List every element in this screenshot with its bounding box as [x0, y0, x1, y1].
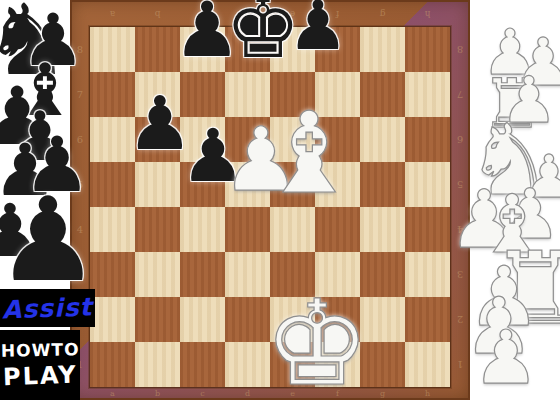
square-b5[interactable]	[135, 162, 180, 207]
square-b1[interactable]	[135, 342, 180, 387]
square-a1[interactable]	[90, 342, 135, 387]
file-label-bottom-b: b	[135, 387, 180, 400]
square-h7[interactable]	[405, 72, 450, 117]
file-label-bottom-h: h	[405, 387, 450, 400]
tray-piece-white-pawn[interactable]: ♟	[469, 320, 543, 394]
square-h2[interactable]	[405, 297, 450, 342]
square-c4[interactable]	[180, 207, 225, 252]
chess-game-stage: 8877665544332211aabbccddeeffgghh ♞♟♝♟♟♟♟…	[0, 0, 560, 400]
square-h8[interactable]	[405, 27, 450, 72]
square-g4[interactable]	[360, 207, 405, 252]
assist-button-label: Assist	[2, 292, 93, 324]
square-b4[interactable]	[135, 207, 180, 252]
rank-label-right-8: 8	[450, 27, 470, 72]
square-g5[interactable]	[360, 162, 405, 207]
how-to-play-label-line1: HOWTO	[1, 339, 80, 360]
square-b2[interactable]	[135, 297, 180, 342]
square-g6[interactable]	[360, 117, 405, 162]
file-label-top-h: h	[405, 0, 450, 27]
file-label-bottom-a: a	[90, 387, 135, 400]
board-piece-white-king-f1[interactable]: ♚	[258, 284, 376, 400]
square-b3[interactable]	[135, 252, 180, 297]
square-c1[interactable]	[180, 342, 225, 387]
board-piece-black-pawn-f8[interactable]: ♟	[284, 0, 352, 60]
square-h1[interactable]	[405, 342, 450, 387]
file-label-top-a: a	[90, 0, 135, 27]
square-g8[interactable]	[360, 27, 405, 72]
file-label-top-g: g	[360, 0, 405, 27]
file-label-bottom-c: c	[180, 387, 225, 400]
assist-button[interactable]: Assist	[0, 289, 95, 327]
board-piece-white-bishop-e5[interactable]: ♝	[253, 97, 365, 209]
square-h6[interactable]	[405, 117, 450, 162]
square-c3[interactable]	[180, 252, 225, 297]
tray-piece-black-pawn[interactable]: ♟	[0, 182, 106, 298]
square-c2[interactable]	[180, 297, 225, 342]
square-g7[interactable]	[360, 72, 405, 117]
how-to-play-button[interactable]: HOWTO PLAY	[0, 330, 80, 400]
how-to-play-label-line2: PLAY	[2, 361, 77, 392]
square-a8[interactable]	[90, 27, 135, 72]
